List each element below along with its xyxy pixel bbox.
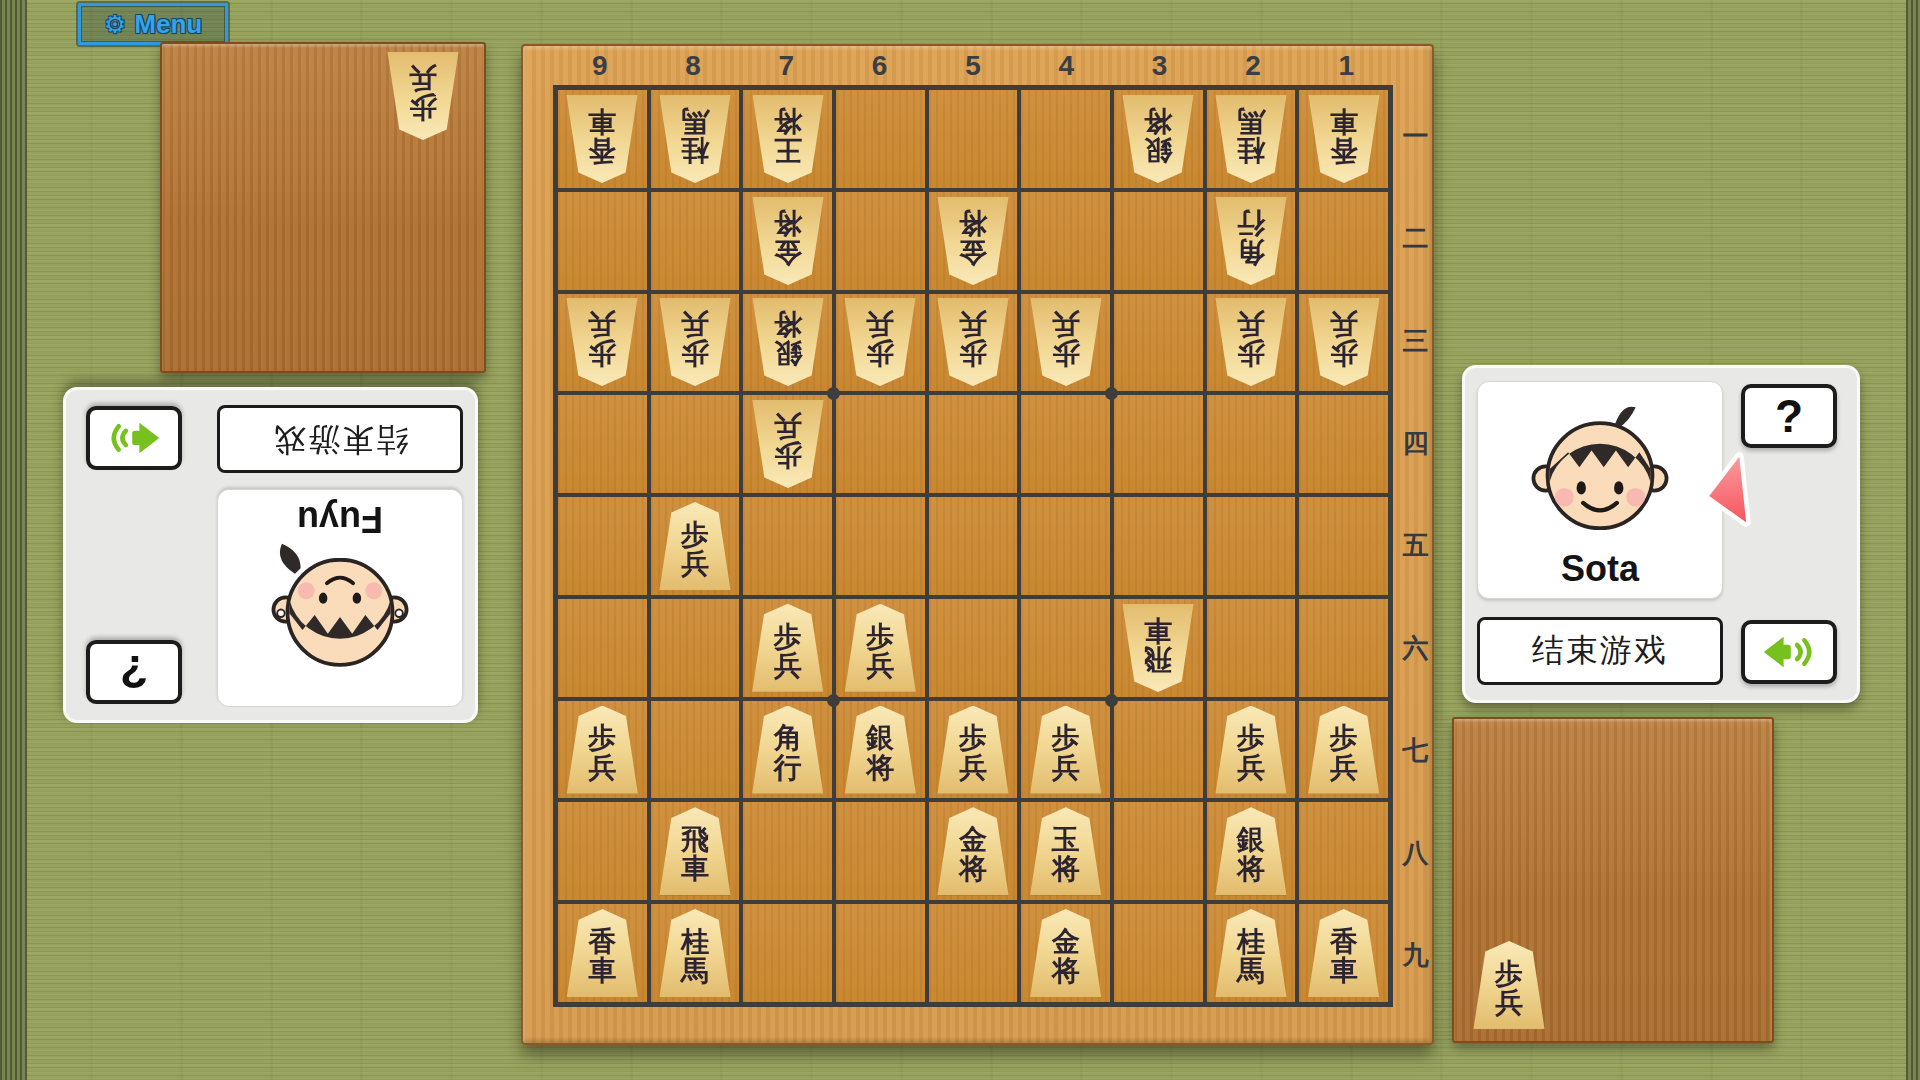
board-square-3九[interactable]: [1114, 904, 1203, 1002]
piece-kanji: 行: [1237, 209, 1265, 238]
piece-kanji: 桂: [1237, 927, 1265, 956]
player-name: Sota: [1561, 548, 1639, 590]
file-label-8: 8: [646, 46, 739, 85]
board-square-4二[interactable]: [1021, 192, 1110, 290]
board-square-8二[interactable]: [651, 192, 740, 290]
player-name: Fuyu: [297, 498, 383, 540]
board-square-1七[interactable]: 歩兵: [1299, 701, 1388, 799]
piece-kanji: 兵: [866, 651, 894, 680]
board-square-2三[interactable]: 歩兵: [1207, 294, 1296, 392]
piece-kanji: 将: [1052, 956, 1080, 985]
piece-kanji: 将: [1144, 107, 1172, 136]
board-grid: 香車桂馬王将銀将桂馬香車金将金将角行歩兵歩兵銀将歩兵歩兵歩兵歩兵歩兵歩兵歩兵歩兵…: [558, 90, 1388, 1002]
piece-kanji: 将: [1237, 854, 1265, 883]
sound-button-fuyu[interactable]: [86, 406, 182, 470]
shogi-piece-歩兵-gote[interactable]: 歩兵: [1307, 298, 1381, 386]
board-square-1八[interactable]: [1299, 802, 1388, 900]
help-label: ?: [1775, 389, 1803, 443]
board-square-5九[interactable]: [929, 904, 1018, 1002]
shogi-piece-飛車-sente[interactable]: 飛車: [658, 807, 732, 895]
rank-label-八: 八: [1395, 802, 1436, 904]
avatar-card-fuyu: Fuyu: [217, 489, 463, 707]
piece-kanji: 車: [588, 956, 616, 985]
piece-kanji: 兵: [959, 310, 987, 339]
piece-kanji: 将: [866, 753, 894, 782]
board-square-3一[interactable]: 銀将: [1114, 90, 1203, 188]
piece-kanji: 王: [774, 136, 802, 165]
board-square-4七[interactable]: 歩兵: [1021, 701, 1110, 799]
shogi-piece-歩兵-gote[interactable]: 歩兵: [565, 298, 639, 386]
board-square-5七[interactable]: 歩兵: [929, 701, 1018, 799]
board-square-3六[interactable]: 飛車: [1114, 599, 1203, 697]
piece-kanji: 歩: [1052, 723, 1080, 752]
shogi-piece-香車-gote[interactable]: 香車: [565, 95, 639, 183]
piece-kanji: 兵: [1237, 310, 1265, 339]
shogi-piece-歩兵-gote[interactable]: 歩兵: [1214, 298, 1288, 386]
rank-label-二: 二: [1395, 187, 1436, 289]
shogi-piece-歩兵-gote[interactable]: 歩兵: [751, 400, 825, 488]
piece-kanji: 車: [1330, 956, 1358, 985]
board-square-6三[interactable]: 歩兵: [836, 294, 925, 392]
hoshi-dot: [827, 387, 840, 400]
shogi-piece-角行-sente[interactable]: 角行: [751, 706, 825, 794]
board-square-5四[interactable]: [929, 395, 1018, 493]
board-square-8六[interactable]: [651, 599, 740, 697]
board-square-9九[interactable]: 香車: [558, 904, 647, 1002]
piece-kanji: 車: [1330, 107, 1358, 136]
piece-kanji: 兵: [1330, 310, 1358, 339]
file-label-7: 7: [740, 46, 833, 85]
piece-kanji: 車: [681, 854, 709, 883]
shogi-piece-飛車-gote[interactable]: 飛車: [1121, 604, 1195, 692]
board-square-4六[interactable]: [1021, 599, 1110, 697]
board-square-1五[interactable]: [1299, 497, 1388, 595]
file-label-9: 9: [553, 46, 646, 85]
piece-kanji: 車: [1144, 616, 1172, 645]
captured-tray-sente: 歩兵: [1452, 717, 1774, 1043]
board-square-2一[interactable]: 桂馬: [1207, 90, 1296, 188]
piece-kanji: 馬: [1237, 107, 1265, 136]
piece-kanji: 香: [1330, 927, 1358, 956]
file-label-2: 2: [1206, 46, 1299, 85]
board-square-8九[interactable]: 桂馬: [651, 904, 740, 1002]
shogi-piece-銀将-sente[interactable]: 銀将: [1214, 807, 1288, 895]
board-square-8七[interactable]: [651, 701, 740, 799]
rank-label-三: 三: [1395, 290, 1436, 392]
shogi-piece-桂馬-sente[interactable]: 桂馬: [1214, 909, 1288, 997]
board-square-9四[interactable]: [558, 395, 647, 493]
board-square-3二[interactable]: [1114, 192, 1203, 290]
piece-kanji: 歩: [774, 441, 802, 470]
board-square-6九[interactable]: [836, 904, 925, 1002]
board-square-3三[interactable]: [1114, 294, 1203, 392]
file-label-3: 3: [1113, 46, 1206, 85]
piece-kanji: 銀: [866, 723, 894, 752]
board-square-1六[interactable]: [1299, 599, 1388, 697]
board-square-5八[interactable]: 金将: [929, 802, 1018, 900]
board-square-7二[interactable]: 金将: [743, 192, 832, 290]
board-square-3七[interactable]: [1114, 701, 1203, 799]
end-game-button-sota[interactable]: 结束游戏: [1477, 617, 1723, 685]
board-square-7一[interactable]: 王将: [743, 90, 832, 188]
piece-kanji: 桂: [681, 136, 709, 165]
piece-kanji: 歩: [1052, 339, 1080, 368]
piece-kanji: 将: [774, 209, 802, 238]
board-square-8四[interactable]: [651, 395, 740, 493]
rank-label-五: 五: [1395, 495, 1436, 597]
board-square-7三[interactable]: 銀将: [743, 294, 832, 392]
piece-kanji: 飛: [1144, 645, 1172, 674]
menu-button[interactable]: ⚙ Menu: [78, 3, 228, 45]
rank-label-一: 一: [1395, 85, 1436, 187]
file-label-4: 4: [1020, 46, 1113, 85]
board-square-6四[interactable]: [836, 395, 925, 493]
piece-kanji: 金: [774, 238, 802, 267]
piece-kanji: 兵: [1052, 753, 1080, 782]
file-labels: 987654321: [553, 46, 1393, 85]
board-square-9五[interactable]: [558, 497, 647, 595]
piece-kanji: 歩: [1237, 339, 1265, 368]
board-square-4九[interactable]: 金将: [1021, 904, 1110, 1002]
board-square-8五[interactable]: 歩兵: [651, 497, 740, 595]
board-square-9三[interactable]: 歩兵: [558, 294, 647, 392]
hoshi-dot: [1105, 387, 1118, 400]
board-square-9一[interactable]: 香車: [558, 90, 647, 188]
piece-kanji: 兵: [774, 412, 802, 441]
shogi-piece-金将-sente[interactable]: 金将: [1029, 909, 1103, 997]
end-game-label: 结束游戏: [272, 417, 408, 461]
piece-kanji: 兵: [588, 753, 616, 782]
board-square-1三[interactable]: 歩兵: [1299, 294, 1388, 392]
board-square-5六[interactable]: [929, 599, 1018, 697]
piece-kanji: 銀: [1237, 825, 1265, 854]
board-grid-frame: 香車桂馬王将銀将桂馬香車金将金将角行歩兵歩兵銀将歩兵歩兵歩兵歩兵歩兵歩兵歩兵歩兵…: [553, 85, 1393, 1007]
shogi-piece-金将-gote[interactable]: 金将: [751, 197, 825, 285]
end-game-button-fuyu[interactable]: 结束游戏: [217, 405, 463, 473]
piece-kanji: 兵: [1330, 753, 1358, 782]
piece-kanji: 兵: [866, 310, 894, 339]
board-square-7七[interactable]: 角行: [743, 701, 832, 799]
board-square-6一[interactable]: [836, 90, 925, 188]
piece-kanji: 桂: [1237, 136, 1265, 165]
piece-kanji: 兵: [1052, 310, 1080, 339]
menu-button-label: Menu: [134, 9, 202, 40]
piece-kanji: 馬: [681, 107, 709, 136]
piece-kanji: 香: [588, 927, 616, 956]
piece-kanji: 銀: [774, 339, 802, 368]
piece-kanji: 兵: [774, 651, 802, 680]
shogi-piece-歩兵-sente[interactable]: 歩兵: [751, 604, 825, 692]
board-square-8八[interactable]: 飛車: [651, 802, 740, 900]
piece-kanji: 玉: [1052, 825, 1080, 854]
hoshi-dot: [1105, 694, 1118, 707]
board-square-1二[interactable]: [1299, 192, 1388, 290]
piece-kanji: 歩: [588, 723, 616, 752]
shogi-piece-歩兵-gote[interactable]: 歩兵: [386, 52, 460, 140]
shogi-piece-歩兵-sente[interactable]: 歩兵: [936, 706, 1010, 794]
board-square-7四[interactable]: 歩兵: [743, 395, 832, 493]
piece-kanji: 歩: [409, 93, 437, 122]
player-panel-sota: Sota ? 结束游戏: [1462, 365, 1860, 703]
piece-kanji: 兵: [681, 310, 709, 339]
board-square-7九[interactable]: [743, 904, 832, 1002]
shogi-piece-金将-gote[interactable]: 金将: [936, 197, 1010, 285]
board-square-6二[interactable]: [836, 192, 925, 290]
board-square-6五[interactable]: [836, 497, 925, 595]
piece-kanji: 香: [1330, 136, 1358, 165]
tatami-edge-left: [0, 0, 27, 1080]
shogi-piece-桂馬-sente[interactable]: 桂馬: [658, 909, 732, 997]
shogi-piece-歩兵-sente[interactable]: 歩兵: [1307, 706, 1381, 794]
shogi-piece-歩兵-sente[interactable]: 歩兵: [843, 604, 917, 692]
shogi-piece-金将-sente[interactable]: 金将: [936, 807, 1010, 895]
captured-tray-gote: 歩兵: [160, 42, 486, 373]
help-label: ?: [120, 645, 148, 699]
board-square-5一[interactable]: [929, 90, 1018, 188]
shogi-piece-歩兵-sente[interactable]: 歩兵: [1472, 941, 1546, 1029]
shogi-piece-歩兵-gote[interactable]: 歩兵: [658, 298, 732, 386]
shogi-piece-桂馬-gote[interactable]: 桂馬: [658, 95, 732, 183]
shogi-piece-桂馬-gote[interactable]: 桂馬: [1214, 95, 1288, 183]
board-square-1一[interactable]: 香車: [1299, 90, 1388, 188]
shogi-piece-歩兵-sente[interactable]: 歩兵: [658, 502, 732, 590]
piece-kanji: 歩: [959, 339, 987, 368]
shogi-piece-香車-gote[interactable]: 香車: [1307, 95, 1381, 183]
board-square-4三[interactable]: 歩兵: [1021, 294, 1110, 392]
board-square-9八[interactable]: [558, 802, 647, 900]
shogi-piece-玉将-sente[interactable]: 玉将: [1029, 807, 1103, 895]
piece-kanji: 銀: [1144, 136, 1172, 165]
rank-label-六: 六: [1395, 597, 1436, 699]
piece-kanji: 馬: [1237, 956, 1265, 985]
piece-kanji: 馬: [681, 956, 709, 985]
shogi-piece-歩兵-sente[interactable]: 歩兵: [1029, 706, 1103, 794]
help-button-fuyu[interactable]: ?: [86, 640, 182, 704]
avatar-fuyu: [265, 542, 415, 692]
piece-kanji: 歩: [1237, 723, 1265, 752]
shogi-piece-歩兵-gote[interactable]: 歩兵: [843, 298, 917, 386]
board-square-2九[interactable]: 桂馬: [1207, 904, 1296, 1002]
piece-kanji: 兵: [1237, 753, 1265, 782]
shogi-piece-王将-gote[interactable]: 王将: [751, 95, 825, 183]
help-button-sota[interactable]: ?: [1741, 384, 1837, 448]
shogi-piece-歩兵-sente[interactable]: 歩兵: [1214, 706, 1288, 794]
piece-kanji: 金: [959, 825, 987, 854]
board-square-9六[interactable]: [558, 599, 647, 697]
hoshi-dot: [827, 694, 840, 707]
piece-kanji: 兵: [959, 753, 987, 782]
board-square-4一[interactable]: [1021, 90, 1110, 188]
board-square-8一[interactable]: 桂馬: [651, 90, 740, 188]
piece-kanji: 将: [774, 310, 802, 339]
rank-label-九: 九: [1395, 905, 1436, 1007]
piece-kanji: 兵: [409, 64, 437, 93]
turn-indicator-arrow: [1701, 450, 1757, 536]
board-square-7六[interactable]: 歩兵: [743, 599, 832, 697]
board-square-2四[interactable]: [1207, 395, 1296, 493]
piece-kanji: 歩: [866, 622, 894, 651]
board-square-4五[interactable]: [1021, 497, 1110, 595]
rank-labels: 一二三四五六七八九: [1395, 85, 1436, 1007]
board-square-9七[interactable]: 歩兵: [558, 701, 647, 799]
piece-kanji: 歩: [866, 339, 894, 368]
piece-kanji: 歩: [681, 520, 709, 549]
board-square-2六[interactable]: [1207, 599, 1296, 697]
speaker-icon: [105, 420, 163, 456]
piece-kanji: 歩: [1330, 339, 1358, 368]
rank-label-四: 四: [1395, 392, 1436, 494]
shogi-piece-銀将-gote[interactable]: 銀将: [751, 298, 825, 386]
shogi-piece-銀将-sente[interactable]: 銀将: [843, 706, 917, 794]
avatar-card-sota: Sota: [1477, 381, 1723, 599]
piece-kanji: 将: [959, 209, 987, 238]
piece-kanji: 歩: [774, 622, 802, 651]
piece-kanji: 歩: [588, 339, 616, 368]
file-label-5: 5: [926, 46, 1019, 85]
shogi-piece-歩兵-gote[interactable]: 歩兵: [936, 298, 1010, 386]
board-square-7五[interactable]: [743, 497, 832, 595]
piece-kanji: 歩: [1495, 959, 1523, 988]
shogi-board: 987654321 一二三四五六七八九 香車桂馬王将銀将桂馬香車金将金将角行歩兵…: [521, 44, 1434, 1045]
board-square-2七[interactable]: 歩兵: [1207, 701, 1296, 799]
shogi-piece-香車-sente[interactable]: 香車: [565, 909, 639, 997]
shogi-piece-歩兵-gote[interactable]: 歩兵: [1029, 298, 1103, 386]
board-square-4四[interactable]: [1021, 395, 1110, 493]
sound-button-sota[interactable]: [1741, 620, 1837, 684]
gear-icon: ⚙: [104, 12, 126, 37]
piece-kanji: 角: [774, 723, 802, 752]
speaker-icon: [1760, 634, 1818, 670]
piece-kanji: 歩: [1330, 723, 1358, 752]
file-label-1: 1: [1300, 46, 1393, 85]
piece-kanji: 角: [1237, 238, 1265, 267]
board-square-1九[interactable]: 香車: [1299, 904, 1388, 1002]
piece-kanji: 金: [959, 238, 987, 267]
board-square-4八[interactable]: 玉将: [1021, 802, 1110, 900]
piece-kanji: 将: [959, 854, 987, 883]
shogi-piece-銀将-gote[interactable]: 銀将: [1121, 95, 1195, 183]
board-square-3四[interactable]: [1114, 395, 1203, 493]
end-game-label: 结束游戏: [1532, 629, 1668, 673]
shogi-piece-香車-sente[interactable]: 香車: [1307, 909, 1381, 997]
board-square-6七[interactable]: 銀将: [836, 701, 925, 799]
board-square-6八[interactable]: [836, 802, 925, 900]
board-square-5五[interactable]: [929, 497, 1018, 595]
board-square-3五[interactable]: [1114, 497, 1203, 595]
player-panel-fuyu: Fuyu ? 结束游戏: [63, 387, 478, 723]
piece-kanji: 車: [588, 107, 616, 136]
piece-kanji: 兵: [588, 310, 616, 339]
board-square-6六[interactable]: 歩兵: [836, 599, 925, 697]
board-square-2二[interactable]: 角行: [1207, 192, 1296, 290]
board-square-7八[interactable]: [743, 802, 832, 900]
piece-kanji: 桂: [681, 927, 709, 956]
shogi-piece-角行-gote[interactable]: 角行: [1214, 197, 1288, 285]
piece-kanji: 兵: [1495, 988, 1523, 1017]
board-square-8三[interactable]: 歩兵: [651, 294, 740, 392]
avatar-sota: [1525, 396, 1675, 546]
piece-kanji: 将: [774, 107, 802, 136]
board-square-2五[interactable]: [1207, 497, 1296, 595]
game-stage: ⚙ Menu 歩兵 987654321 一二三四五六七八九 香車桂馬王将銀将桂馬…: [0, 0, 1920, 1080]
board-square-3八[interactable]: [1114, 802, 1203, 900]
board-square-5二[interactable]: 金将: [929, 192, 1018, 290]
board-square-5三[interactable]: 歩兵: [929, 294, 1018, 392]
piece-kanji: 飛: [681, 825, 709, 854]
shogi-piece-歩兵-sente[interactable]: 歩兵: [565, 706, 639, 794]
piece-kanji: 兵: [681, 549, 709, 578]
piece-kanji: 行: [774, 753, 802, 782]
piece-kanji: 将: [1052, 854, 1080, 883]
board-square-9二[interactable]: [558, 192, 647, 290]
piece-kanji: 歩: [959, 723, 987, 752]
rank-label-七: 七: [1395, 700, 1436, 802]
piece-kanji: 金: [1052, 927, 1080, 956]
piece-kanji: 香: [588, 136, 616, 165]
board-square-2八[interactable]: 銀将: [1207, 802, 1296, 900]
file-label-6: 6: [833, 46, 926, 85]
tatami-edge-right: [1906, 0, 1920, 1080]
piece-kanji: 歩: [681, 339, 709, 368]
board-square-1四[interactable]: [1299, 395, 1388, 493]
